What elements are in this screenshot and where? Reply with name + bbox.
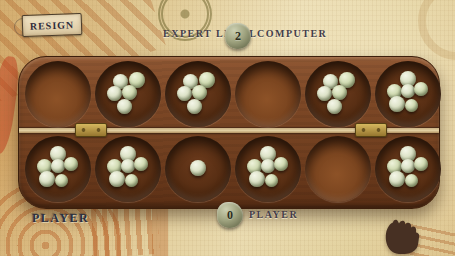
brass-hinge-right (355, 123, 387, 137)
stone (317, 86, 332, 101)
stone (401, 84, 415, 98)
stone (117, 99, 132, 114)
pit-player-4[interactable] (235, 136, 301, 202)
stone (122, 85, 137, 100)
stone (39, 171, 55, 187)
computer-score-value: 2 (235, 29, 241, 44)
stone (389, 171, 405, 187)
pit-computer-1 (25, 61, 91, 127)
stone (332, 85, 347, 100)
bg-ornament-block (152, 204, 168, 256)
stone (389, 96, 405, 112)
computer-score-stone: 2 (225, 23, 251, 49)
stone (274, 157, 288, 171)
player-score-label: PLAYER (249, 209, 298, 220)
pit-player-3[interactable] (165, 136, 231, 202)
stone (64, 157, 78, 171)
player-score-value: 0 (227, 208, 233, 223)
resign-button[interactable]: RESIGN (22, 13, 83, 37)
mancala-app: RESIGN EXPERT LEVEL 2 COMPUTER PLAYER 0 … (0, 0, 455, 256)
stone (187, 99, 202, 114)
player-score-stone: 0 (217, 202, 243, 228)
stone (265, 174, 278, 187)
stone (121, 159, 135, 173)
pit-player-1[interactable] (25, 136, 91, 202)
stone (192, 85, 207, 100)
stone (107, 86, 122, 101)
stone (405, 99, 418, 112)
mancala-board (18, 56, 440, 209)
fist-hand-icon[interactable] (380, 211, 428, 256)
pit-computer-4 (235, 61, 301, 127)
stone (405, 174, 418, 187)
stone (414, 157, 428, 171)
pit-player-2[interactable] (95, 136, 161, 202)
pit-computer-5 (305, 61, 371, 127)
resign-label: RESIGN (30, 19, 75, 32)
pit-player-6[interactable] (375, 136, 441, 202)
stone (249, 171, 265, 187)
pit-computer-2 (95, 61, 161, 127)
player-side-label: PLAYER (32, 211, 89, 226)
stone (109, 171, 125, 187)
stone (401, 159, 415, 173)
stone (177, 86, 192, 101)
stone (134, 157, 148, 171)
pit-player-5[interactable] (305, 136, 371, 202)
stone (261, 159, 275, 173)
computer-label: COMPUTER (257, 28, 327, 39)
brass-hinge-left (75, 123, 107, 137)
pit-computer-6 (375, 61, 441, 127)
player-plaque-text: PLAYER (32, 211, 89, 225)
stone (51, 159, 65, 173)
bg-ornament-top-right-ring (418, 0, 455, 60)
stone (125, 174, 138, 187)
pit-computer-3 (165, 61, 231, 127)
stone (55, 174, 68, 187)
stone (327, 99, 342, 114)
stone (190, 160, 206, 176)
stone (414, 82, 428, 96)
